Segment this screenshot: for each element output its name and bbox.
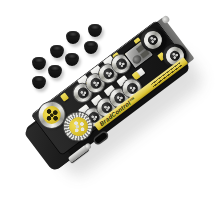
product-photo: BradControl™ <box>0 0 220 198</box>
rubber-cap <box>65 53 79 66</box>
end-screw <box>161 15 171 25</box>
port-id-tag <box>60 93 69 102</box>
rubber-cap <box>84 41 98 54</box>
rubber-cap <box>48 65 62 78</box>
rubber-cap <box>32 76 46 89</box>
rubber-cap <box>50 45 64 58</box>
rubber-cap <box>32 57 46 70</box>
rubber-cap <box>88 24 102 37</box>
rubber-cap <box>66 31 80 44</box>
